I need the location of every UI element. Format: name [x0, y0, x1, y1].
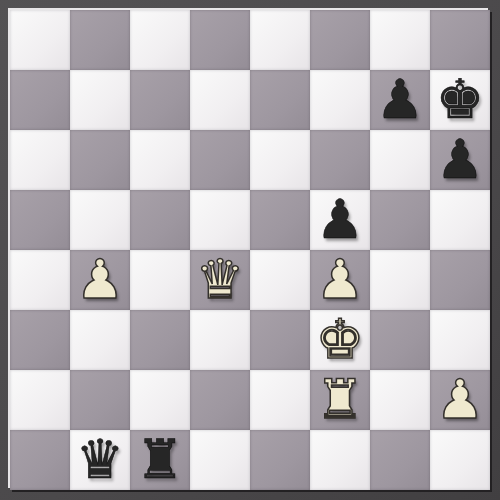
square-c6[interactable] [130, 130, 190, 190]
board-frame: ♟♚♟♟♟♛♟♚♜♟♛♜ [0, 0, 500, 500]
square-f2[interactable]: ♜ [310, 370, 370, 430]
square-h7[interactable]: ♚ [430, 70, 490, 130]
square-d3[interactable] [190, 310, 250, 370]
square-c1[interactable]: ♜ [130, 430, 190, 490]
square-a7[interactable] [10, 70, 70, 130]
square-h6[interactable]: ♟ [430, 130, 490, 190]
square-c4[interactable] [130, 250, 190, 310]
black-rook-c1[interactable]: ♜ [136, 430, 184, 490]
square-c7[interactable] [130, 70, 190, 130]
square-e8[interactable] [250, 10, 310, 70]
square-d8[interactable] [190, 10, 250, 70]
square-f3[interactable]: ♚ [310, 310, 370, 370]
square-g2[interactable] [370, 370, 430, 430]
square-d5[interactable] [190, 190, 250, 250]
square-b3[interactable] [70, 310, 130, 370]
white-queen-d4[interactable]: ♛ [196, 250, 244, 310]
square-d1[interactable] [190, 430, 250, 490]
square-b5[interactable] [70, 190, 130, 250]
square-f4[interactable]: ♟ [310, 250, 370, 310]
square-d7[interactable] [190, 70, 250, 130]
white-pawn-h2[interactable]: ♟ [436, 370, 484, 430]
square-d4[interactable]: ♛ [190, 250, 250, 310]
square-h5[interactable] [430, 190, 490, 250]
black-king-h7[interactable]: ♚ [436, 70, 484, 130]
square-b8[interactable] [70, 10, 130, 70]
square-b2[interactable] [70, 370, 130, 430]
square-g5[interactable] [370, 190, 430, 250]
square-g7[interactable]: ♟ [370, 70, 430, 130]
square-a4[interactable] [10, 250, 70, 310]
square-a1[interactable] [10, 430, 70, 490]
square-h4[interactable] [430, 250, 490, 310]
square-b1[interactable]: ♛ [70, 430, 130, 490]
square-g1[interactable] [370, 430, 430, 490]
square-f6[interactable] [310, 130, 370, 190]
square-e4[interactable] [250, 250, 310, 310]
square-e2[interactable] [250, 370, 310, 430]
square-d2[interactable] [190, 370, 250, 430]
square-g4[interactable] [370, 250, 430, 310]
square-b7[interactable] [70, 70, 130, 130]
square-c8[interactable] [130, 10, 190, 70]
square-b4[interactable]: ♟ [70, 250, 130, 310]
square-f8[interactable] [310, 10, 370, 70]
black-pawn-g7[interactable]: ♟ [376, 70, 424, 130]
square-f5[interactable]: ♟ [310, 190, 370, 250]
square-g6[interactable] [370, 130, 430, 190]
square-a2[interactable] [10, 370, 70, 430]
square-e6[interactable] [250, 130, 310, 190]
square-g8[interactable] [370, 10, 430, 70]
square-c3[interactable] [130, 310, 190, 370]
square-d6[interactable] [190, 130, 250, 190]
square-h8[interactable] [430, 10, 490, 70]
square-e1[interactable] [250, 430, 310, 490]
square-f7[interactable] [310, 70, 370, 130]
black-pawn-h6[interactable]: ♟ [436, 130, 484, 190]
square-h2[interactable]: ♟ [430, 370, 490, 430]
white-pawn-f4[interactable]: ♟ [316, 250, 364, 310]
chess-board: ♟♚♟♟♟♛♟♚♜♟♛♜ [10, 10, 490, 490]
square-e3[interactable] [250, 310, 310, 370]
square-f1[interactable] [310, 430, 370, 490]
square-e5[interactable] [250, 190, 310, 250]
white-rook-f2[interactable]: ♜ [316, 370, 364, 430]
square-a6[interactable] [10, 130, 70, 190]
black-queen-b1[interactable]: ♛ [76, 430, 124, 490]
square-h1[interactable] [430, 430, 490, 490]
square-c2[interactable] [130, 370, 190, 430]
black-pawn-f5[interactable]: ♟ [316, 190, 364, 250]
square-a5[interactable] [10, 190, 70, 250]
square-a3[interactable] [10, 310, 70, 370]
square-h3[interactable] [430, 310, 490, 370]
white-pawn-b4[interactable]: ♟ [76, 250, 124, 310]
square-b6[interactable] [70, 130, 130, 190]
square-e7[interactable] [250, 70, 310, 130]
square-c5[interactable] [130, 190, 190, 250]
white-king-f3[interactable]: ♚ [316, 310, 364, 370]
square-a8[interactable] [10, 10, 70, 70]
square-g3[interactable] [370, 310, 430, 370]
